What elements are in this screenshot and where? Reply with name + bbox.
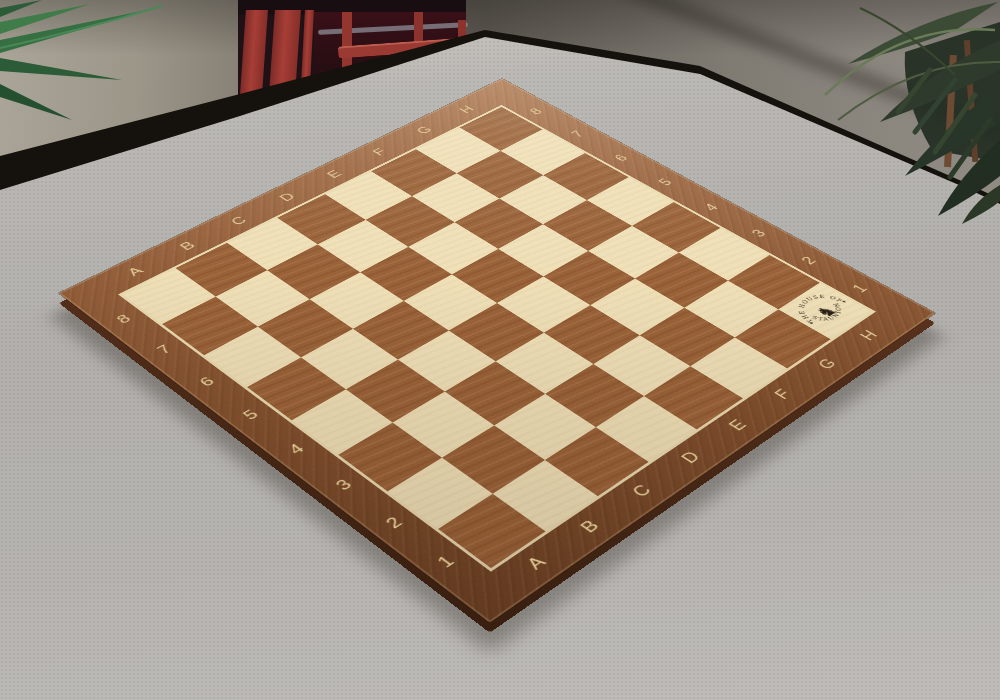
photo-canvas: THE HOUSE OF STAUNTON ♞ ✦ ✦ 88HH77GG66FF… <box>0 0 1000 700</box>
logo-ornament-left: ✦ <box>808 321 816 326</box>
glass-glint <box>318 22 468 35</box>
